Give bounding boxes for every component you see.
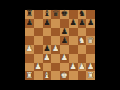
app-background: ♜♝♛♚♞♟♟♟♟♟♟♟♞♛♟♟♟♟♟♟♟♟♟♜♝♚♜ (0, 0, 120, 90)
square-f4[interactable] (69, 45, 78, 54)
piece-black-king[interactable]: ♚ (60, 10, 69, 19)
square-g4[interactable] (78, 45, 87, 54)
square-b7[interactable] (34, 19, 43, 28)
square-f2[interactable]: ♟ (69, 63, 78, 72)
square-f6[interactable] (69, 28, 78, 37)
square-d3[interactable] (51, 54, 60, 63)
square-d1[interactable] (51, 71, 60, 80)
square-g1[interactable] (78, 71, 87, 80)
square-f1[interactable] (69, 71, 78, 80)
square-b8[interactable] (34, 10, 43, 19)
square-a7[interactable]: ♟ (25, 19, 34, 28)
piece-black-pawn[interactable]: ♟ (43, 19, 52, 28)
square-e8[interactable]: ♚ (60, 10, 69, 19)
piece-white-pawn[interactable]: ♟ (60, 54, 69, 63)
piece-white-pawn[interactable]: ♟ (69, 63, 78, 72)
square-b1[interactable] (34, 71, 43, 80)
piece-black-queen[interactable]: ♛ (51, 10, 60, 19)
square-h6[interactable] (86, 28, 95, 37)
piece-black-pawn[interactable]: ♟ (69, 19, 78, 28)
square-e1[interactable]: ♚ (60, 71, 69, 80)
square-g2[interactable]: ♟ (78, 63, 87, 72)
square-a1[interactable]: ♜ (25, 71, 34, 80)
square-e2[interactable] (60, 63, 69, 72)
piece-white-pawn[interactable]: ♟ (25, 45, 34, 54)
square-h2[interactable]: ♟ (86, 63, 95, 72)
piece-white-pawn[interactable]: ♟ (86, 63, 95, 72)
square-a2[interactable] (25, 63, 34, 72)
square-c1[interactable]: ♝ (43, 71, 52, 80)
piece-black-pawn[interactable]: ♟ (60, 36, 69, 45)
piece-black-pawn[interactable]: ♟ (86, 19, 95, 28)
piece-white-queen[interactable]: ♛ (86, 36, 95, 45)
chess-board: ♜♝♛♚♞♟♟♟♟♟♟♟♞♛♟♟♟♟♟♟♟♟♟♜♝♚♜ (25, 10, 95, 80)
square-a6[interactable] (25, 28, 34, 37)
square-c7[interactable]: ♟ (43, 19, 52, 28)
square-c6[interactable] (43, 28, 52, 37)
square-h5[interactable]: ♛ (86, 36, 95, 45)
square-g5[interactable]: ♞ (78, 36, 87, 45)
square-d7[interactable] (51, 19, 60, 28)
square-c2[interactable] (43, 63, 52, 72)
piece-white-pawn[interactable]: ♟ (51, 45, 60, 54)
piece-white-king[interactable]: ♚ (60, 71, 69, 80)
square-h7[interactable]: ♟ (86, 19, 95, 28)
piece-white-bishop[interactable]: ♝ (43, 71, 52, 80)
square-d6[interactable] (51, 28, 60, 37)
piece-white-rook[interactable]: ♜ (86, 71, 95, 80)
piece-white-pawn[interactable]: ♟ (43, 54, 52, 63)
square-b6[interactable] (34, 28, 43, 37)
square-f5[interactable] (69, 36, 78, 45)
square-e6[interactable]: ♟ (60, 28, 69, 37)
square-c3[interactable]: ♟ (43, 54, 52, 63)
square-d8[interactable]: ♛ (51, 10, 60, 19)
square-e5[interactable]: ♟ (60, 36, 69, 45)
piece-white-pawn[interactable]: ♟ (78, 63, 87, 72)
piece-black-pawn[interactable]: ♟ (78, 19, 87, 28)
square-b2[interactable]: ♟ (34, 63, 43, 72)
piece-white-pawn[interactable]: ♟ (34, 63, 43, 72)
square-g7[interactable]: ♟ (78, 19, 87, 28)
square-h4[interactable] (86, 45, 95, 54)
square-f7[interactable]: ♟ (69, 19, 78, 28)
square-e3[interactable]: ♟ (60, 54, 69, 63)
piece-white-knight[interactable]: ♞ (78, 36, 87, 45)
piece-white-rook[interactable]: ♜ (25, 71, 34, 80)
square-a3[interactable] (25, 54, 34, 63)
square-a4[interactable]: ♟ (25, 45, 34, 54)
square-d4[interactable]: ♟ (51, 45, 60, 54)
square-b5[interactable] (34, 36, 43, 45)
square-d2[interactable] (51, 63, 60, 72)
square-b4[interactable] (34, 45, 43, 54)
square-g6[interactable] (78, 28, 87, 37)
piece-black-pawn[interactable]: ♟ (60, 28, 69, 37)
square-h1[interactable]: ♜ (86, 71, 95, 80)
piece-black-pawn[interactable]: ♟ (25, 19, 34, 28)
